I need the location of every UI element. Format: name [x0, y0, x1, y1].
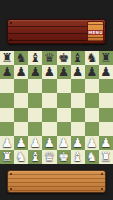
opponent-tray: MENU	[7, 19, 106, 44]
square-h5[interactable]	[99, 93, 113, 107]
white-knight[interactable]: ♞	[86, 150, 97, 164]
square-b7[interactable]: ♟	[14, 65, 28, 79]
square-g2[interactable]: ♟	[85, 136, 99, 150]
square-f6[interactable]	[71, 79, 85, 93]
square-g4[interactable]	[85, 108, 99, 122]
black-knight[interactable]: ♞	[86, 51, 97, 65]
square-b5[interactable]	[14, 93, 28, 107]
screw	[10, 173, 12, 175]
square-g6[interactable]	[85, 79, 99, 93]
square-a2[interactable]: ♟	[0, 136, 14, 150]
white-pawn[interactable]: ♟	[100, 136, 111, 150]
screw	[10, 39, 12, 41]
black-pawn[interactable]: ♟	[44, 65, 55, 79]
square-f4[interactable]	[71, 108, 85, 122]
square-c5[interactable]	[28, 93, 42, 107]
square-c3[interactable]	[28, 122, 42, 136]
square-h3[interactable]	[99, 122, 113, 136]
black-pawn[interactable]: ♟	[58, 65, 69, 79]
square-d6[interactable]	[42, 79, 56, 93]
square-h1[interactable]: ♜	[99, 150, 113, 164]
square-b8[interactable]: ♞	[14, 51, 28, 65]
square-f1[interactable]: ♝	[71, 150, 85, 164]
white-pawn[interactable]: ♟	[30, 136, 41, 150]
black-rook[interactable]: ♜	[100, 51, 111, 65]
screw	[101, 188, 103, 190]
white-pawn[interactable]: ♟	[72, 136, 83, 150]
square-h7[interactable]: ♟	[99, 65, 113, 79]
square-b1[interactable]: ♞	[14, 150, 28, 164]
square-e4[interactable]	[57, 108, 71, 122]
square-e3[interactable]	[57, 122, 71, 136]
white-bishop[interactable]: ♝	[30, 150, 41, 164]
white-pawn[interactable]: ♟	[86, 136, 97, 150]
black-bishop[interactable]: ♝	[30, 51, 41, 65]
square-d1[interactable]: ♛	[42, 150, 56, 164]
square-c1[interactable]: ♝	[28, 150, 42, 164]
menu-button-label[interactable]: MENU	[88, 30, 103, 35]
black-pawn[interactable]: ♟	[16, 65, 27, 79]
square-c8[interactable]: ♝	[28, 51, 42, 65]
square-e7[interactable]: ♟	[57, 65, 71, 79]
square-f2[interactable]: ♟	[71, 136, 85, 150]
black-king[interactable]: ♚	[58, 51, 69, 65]
square-d4[interactable]	[42, 108, 56, 122]
black-pawn[interactable]: ♟	[1, 65, 12, 79]
square-e6[interactable]	[57, 79, 71, 93]
square-a1[interactable]: ♜	[0, 150, 14, 164]
square-d3[interactable]	[42, 122, 56, 136]
menu-button[interactable]: MENU	[87, 21, 104, 42]
black-bishop[interactable]: ♝	[72, 51, 83, 65]
square-g3[interactable]	[85, 122, 99, 136]
square-a4[interactable]	[0, 108, 14, 122]
black-rook[interactable]: ♜	[1, 51, 12, 65]
black-pawn[interactable]: ♟	[100, 65, 111, 79]
square-b2[interactable]: ♟	[14, 136, 28, 150]
screw	[101, 173, 103, 175]
square-g1[interactable]: ♞	[85, 150, 99, 164]
square-d7[interactable]: ♟	[42, 65, 56, 79]
white-king[interactable]: ♚	[58, 150, 69, 164]
square-f8[interactable]: ♝	[71, 51, 85, 65]
square-a8[interactable]: ♜	[0, 51, 14, 65]
square-a3[interactable]	[0, 122, 14, 136]
square-h8[interactable]: ♜	[99, 51, 113, 65]
square-f3[interactable]	[71, 122, 85, 136]
black-pawn[interactable]: ♟	[86, 65, 97, 79]
chess-board[interactable]: ♜♞♝♛♚♝♞♜♟♟♟♟♟♟♟♟♟♟♟♟♟♟♟♟♜♞♝♛♚♝♞♜	[0, 51, 113, 164]
square-h6[interactable]	[99, 79, 113, 93]
square-f5[interactable]	[71, 93, 85, 107]
white-rook[interactable]: ♜	[1, 150, 12, 164]
square-b6[interactable]	[14, 79, 28, 93]
square-b4[interactable]	[14, 108, 28, 122]
square-f7[interactable]: ♟	[71, 65, 85, 79]
person-icon	[13, 176, 22, 187]
black-queen[interactable]: ♛	[44, 51, 55, 65]
player-tray	[7, 170, 106, 193]
square-a6[interactable]	[0, 79, 14, 93]
square-c6[interactable]	[28, 79, 42, 93]
square-a7[interactable]: ♟	[0, 65, 14, 79]
white-queen[interactable]: ♛	[44, 150, 55, 164]
white-pawn[interactable]: ♟	[58, 136, 69, 150]
square-c4[interactable]	[28, 108, 42, 122]
white-pawn[interactable]: ♟	[1, 136, 12, 150]
black-pawn[interactable]: ♟	[72, 65, 83, 79]
square-g5[interactable]	[85, 93, 99, 107]
square-g8[interactable]: ♞	[85, 51, 99, 65]
square-d8[interactable]: ♛	[42, 51, 56, 65]
screw	[10, 22, 12, 24]
screw	[10, 188, 12, 190]
square-h4[interactable]	[99, 108, 113, 122]
square-e2[interactable]: ♟	[57, 136, 71, 150]
square-g7[interactable]: ♟	[85, 65, 99, 79]
square-c7[interactable]: ♟	[28, 65, 42, 79]
white-pawn[interactable]: ♟	[16, 136, 27, 150]
square-c2[interactable]: ♟	[28, 136, 42, 150]
square-a5[interactable]	[0, 93, 14, 107]
computer-monitor-icon	[13, 26, 24, 37]
white-rook[interactable]: ♜	[100, 150, 111, 164]
square-b3[interactable]	[14, 122, 28, 136]
square-d5[interactable]	[42, 93, 56, 107]
square-h2[interactable]: ♟	[99, 136, 113, 150]
square-d2[interactable]: ♟	[42, 136, 56, 150]
square-e8[interactable]: ♚	[57, 51, 71, 65]
app-screen: { "game": "chess", "position": "rnbqkbnr…	[0, 0, 113, 200]
square-e5[interactable]	[57, 93, 71, 107]
white-pawn[interactable]: ♟	[44, 136, 55, 150]
square-e1[interactable]: ♚	[57, 150, 71, 164]
white-knight[interactable]: ♞	[16, 150, 27, 164]
black-knight[interactable]: ♞	[16, 51, 27, 65]
black-pawn[interactable]: ♟	[30, 65, 41, 79]
white-bishop[interactable]: ♝	[72, 150, 83, 164]
